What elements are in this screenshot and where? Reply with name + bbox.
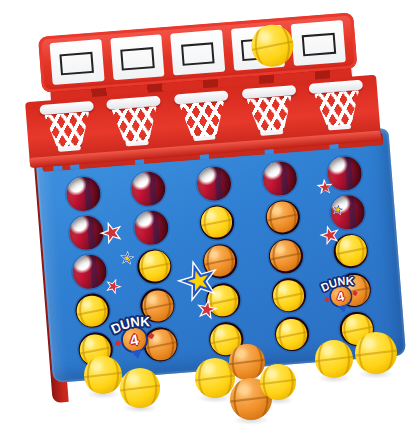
basketball-yellow: [138, 250, 171, 283]
target-box: [60, 52, 94, 75]
star-sticker-red: [194, 297, 220, 323]
star-core: [101, 222, 122, 243]
basketball-yellow: [275, 318, 308, 351]
cell-r1c1: [49, 171, 117, 215]
target-box: [181, 42, 215, 65]
star-sticker-red: [316, 178, 334, 196]
hole: [136, 248, 173, 285]
basketball-yellow: [250, 23, 295, 68]
cell-r3c4: [251, 234, 319, 278]
basketball-orange: [266, 201, 299, 234]
board-grid: [49, 151, 391, 372]
game-unit: DUNK4DUNK4: [12, 10, 411, 392]
hoop-net: [314, 90, 362, 128]
loose-basketball-yellow: [315, 340, 353, 378]
cell-r1c3: [180, 161, 248, 205]
basketball-yellow: [315, 340, 353, 378]
target-box: [301, 33, 335, 56]
hole: [273, 316, 310, 353]
backboard-1: [50, 39, 105, 85]
red-dot: [114, 340, 121, 347]
hoop-4: [241, 85, 299, 143]
hole: [267, 238, 304, 275]
basketball-yellow: [272, 279, 305, 312]
hole: [264, 199, 301, 236]
loose-basketball-yellow: [84, 356, 122, 394]
basketball-orange: [269, 240, 302, 273]
loose-basketball-yellow: [120, 368, 160, 408]
cell-r2c3: [183, 200, 251, 244]
basketball-yellow: [120, 368, 160, 408]
hole: [133, 209, 170, 246]
hoop-net: [179, 101, 227, 139]
hole: [270, 277, 307, 314]
backboard-2: [110, 34, 165, 80]
hole: [199, 204, 236, 241]
cell-r4c4: [254, 273, 322, 317]
hoop-net: [44, 111, 92, 149]
cell-r2c2: [117, 205, 185, 249]
basketball-yellow: [84, 356, 122, 394]
loose-basketball-yellow: [260, 364, 296, 400]
loose-basketball-yellow: [355, 332, 397, 374]
hoop-3: [174, 90, 232, 148]
dunk4-logo-number: 4: [335, 289, 345, 305]
backboard-3: [170, 30, 225, 76]
star-sticker-yellow: [118, 250, 134, 266]
hole: [65, 175, 102, 212]
hoop-net: [112, 106, 160, 144]
hole: [71, 253, 108, 290]
backboard-5: [291, 20, 346, 66]
target-box: [120, 47, 154, 70]
red-dot: [323, 297, 329, 303]
hole: [130, 170, 167, 207]
basketball-yellow: [260, 364, 296, 400]
red-dot: [147, 333, 154, 340]
red-dot: [352, 290, 358, 296]
hoop-2: [106, 96, 164, 154]
cell-r2c4: [248, 195, 316, 239]
hole: [196, 165, 233, 202]
dunk4-logo-number: 4: [128, 330, 140, 348]
cell-r1c2: [114, 166, 182, 210]
star-sticker-yellow: [330, 202, 345, 217]
cell-r1c4: [245, 156, 313, 200]
hoop-1: [39, 101, 97, 159]
basketball-yellow: [200, 206, 233, 239]
basketball-yellow: [355, 332, 397, 374]
dunk4-logo-letter: K: [346, 276, 355, 288]
dunk4-logo-letter: K: [140, 315, 150, 329]
hole: [261, 160, 298, 197]
product-photo: DUNK4DUNK4: [0, 0, 416, 434]
top-basketball: [250, 23, 295, 68]
hoop-net: [246, 95, 294, 133]
hoop-5: [309, 80, 367, 138]
